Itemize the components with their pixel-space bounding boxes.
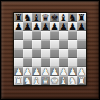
square-g7[interactable]: ♟ xyxy=(68,22,77,31)
square-h4[interactable] xyxy=(77,49,86,58)
square-d5[interactable] xyxy=(41,40,50,49)
piece-white-bishop[interactable]: ♝ xyxy=(32,76,41,85)
square-b5[interactable] xyxy=(23,40,32,49)
square-c5[interactable] xyxy=(32,40,41,49)
square-g4[interactable] xyxy=(68,49,77,58)
square-e4[interactable] xyxy=(50,49,59,58)
square-e5[interactable] xyxy=(50,40,59,49)
piece-white-king[interactable]: ♚ xyxy=(50,76,59,85)
square-a6[interactable] xyxy=(14,31,23,40)
square-e1[interactable]: ♚ xyxy=(50,76,59,85)
square-f6[interactable] xyxy=(59,31,68,40)
square-d1[interactable]: ♛ xyxy=(41,76,50,85)
piece-black-pawn[interactable]: ♟ xyxy=(50,22,59,31)
square-b1[interactable]: ♞ xyxy=(23,76,32,85)
piece-white-knight[interactable]: ♞ xyxy=(23,76,32,85)
piece-white-rook[interactable]: ♜ xyxy=(77,76,86,85)
square-c7[interactable]: ♟ xyxy=(32,22,41,31)
piece-white-knight[interactable]: ♞ xyxy=(68,76,77,85)
square-h6[interactable] xyxy=(77,31,86,40)
square-b6[interactable] xyxy=(23,31,32,40)
square-g5[interactable] xyxy=(68,40,77,49)
piece-black-pawn[interactable]: ♟ xyxy=(14,22,23,31)
square-f7[interactable]: ♟ xyxy=(59,22,68,31)
square-f5[interactable] xyxy=(59,40,68,49)
piece-white-queen[interactable]: ♛ xyxy=(41,76,50,85)
piece-white-rook[interactable]: ♜ xyxy=(14,76,23,85)
square-f4[interactable] xyxy=(59,49,68,58)
square-g6[interactable] xyxy=(68,31,77,40)
piece-black-pawn[interactable]: ♟ xyxy=(77,22,86,31)
square-g1[interactable]: ♞ xyxy=(68,76,77,85)
square-e7[interactable]: ♟ xyxy=(50,22,59,31)
piece-black-pawn[interactable]: ♟ xyxy=(59,22,68,31)
chess-app-window: ♜♞♝♛♚♝♞♜♟♟♟♟♟♟♟♟♟♟♟♟♟♟♟♟♜♞♝♛♚♝♞♜ xyxy=(0,0,100,100)
square-e6[interactable] xyxy=(50,31,59,40)
square-a7[interactable]: ♟ xyxy=(14,22,23,31)
square-c4[interactable] xyxy=(32,49,41,58)
square-d7[interactable]: ♟ xyxy=(41,22,50,31)
square-c1[interactable]: ♝ xyxy=(32,76,41,85)
square-b4[interactable] xyxy=(23,49,32,58)
square-b7[interactable]: ♟ xyxy=(23,22,32,31)
piece-black-pawn[interactable]: ♟ xyxy=(23,22,32,31)
square-a4[interactable] xyxy=(14,49,23,58)
chess-board: ♜♞♝♛♚♝♞♜♟♟♟♟♟♟♟♟♟♟♟♟♟♟♟♟♜♞♝♛♚♝♞♜ xyxy=(13,12,87,86)
square-a5[interactable] xyxy=(14,40,23,49)
square-h1[interactable]: ♜ xyxy=(77,76,86,85)
piece-black-pawn[interactable]: ♟ xyxy=(32,22,41,31)
square-c6[interactable] xyxy=(32,31,41,40)
square-f1[interactable]: ♝ xyxy=(59,76,68,85)
square-d4[interactable] xyxy=(41,49,50,58)
piece-white-bishop[interactable]: ♝ xyxy=(59,76,68,85)
square-d6[interactable] xyxy=(41,31,50,40)
square-a1[interactable]: ♜ xyxy=(14,76,23,85)
square-h5[interactable] xyxy=(77,40,86,49)
piece-black-pawn[interactable]: ♟ xyxy=(68,22,77,31)
piece-black-pawn[interactable]: ♟ xyxy=(41,22,50,31)
square-h7[interactable]: ♟ xyxy=(77,22,86,31)
